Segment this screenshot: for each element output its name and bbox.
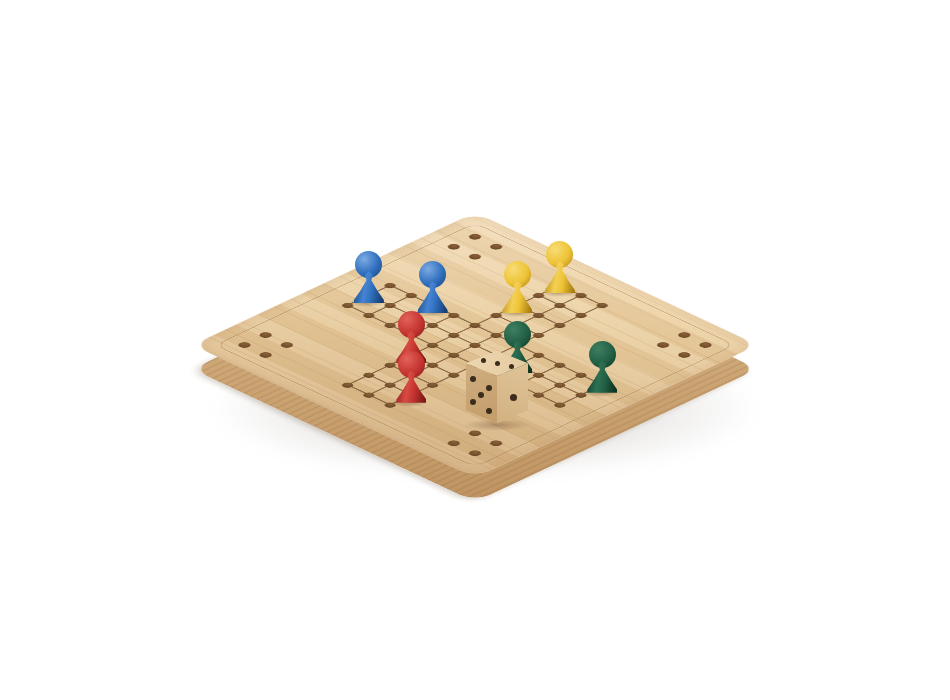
die-pip — [478, 392, 484, 398]
peg-body — [354, 271, 384, 303]
peg-body — [396, 371, 426, 403]
wooden-die[interactable] — [464, 350, 530, 430]
die-pip — [486, 385, 492, 391]
peg-yellow-2[interactable] — [543, 241, 577, 295]
peg-blue-2[interactable] — [416, 261, 450, 315]
die-pip — [495, 361, 500, 366]
peg-body — [502, 281, 532, 313]
die-pip — [486, 408, 492, 414]
peg-body — [418, 281, 448, 313]
die-pip — [510, 394, 517, 401]
peg-yellow-1[interactable] — [500, 261, 534, 315]
pieces-layer — [0, 0, 950, 700]
die-body — [464, 350, 530, 424]
peg-blue-1[interactable] — [352, 251, 386, 305]
peg-green-2[interactable] — [585, 341, 619, 395]
photo-backdrop — [0, 0, 950, 700]
peg-body — [545, 261, 575, 293]
die-pip — [470, 399, 476, 405]
die-pip — [509, 364, 514, 369]
peg-body — [587, 361, 617, 393]
die-pip — [481, 358, 486, 363]
peg-red-2[interactable] — [394, 351, 428, 405]
die-pip — [470, 376, 476, 382]
